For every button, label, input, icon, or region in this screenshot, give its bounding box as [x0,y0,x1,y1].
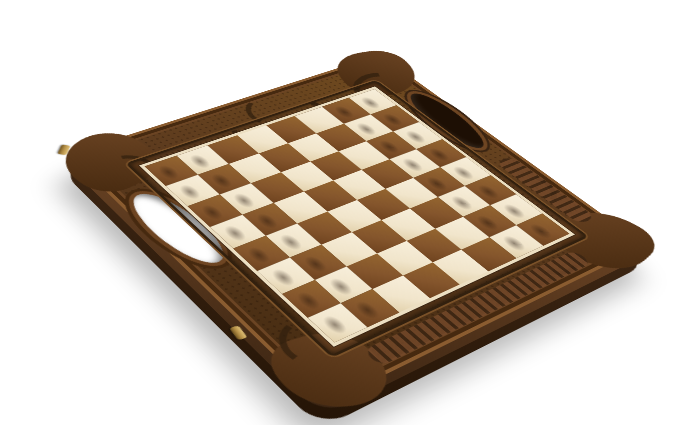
white-pawn-icon: ♟ [352,278,385,314]
black-pawn-icon: ♟ [500,214,531,247]
chess-case: ♜♞♝♛♚♝♞♜♟♟♟♟♟♟♟♟♟♟♟♟♟♟♟♟♜♞♝♛♚♝♞♜ [68,55,646,405]
handle-cutout [400,90,494,152]
black-pawn-icon: ♟ [473,194,503,227]
carving-swirl-icon [240,95,305,128]
product-photo: ♜♞♝♛♚♝♞♜♟♟♟♟♟♟♟♟♟♟♟♟♟♟♟♟♜♞♝♛♚♝♞♜ [0,0,680,425]
